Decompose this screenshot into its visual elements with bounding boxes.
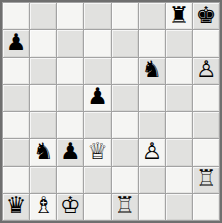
chess-board: ♜♚♟♞♙♟♞♟♕♙♖♛♗♔♖	[0, 0, 222, 223]
square-a8[interactable]	[3, 3, 29, 29]
square-c3[interactable]: ♟	[57, 139, 83, 165]
square-h2[interactable]: ♖	[193, 167, 219, 193]
square-a5[interactable]	[3, 85, 29, 111]
square-f7[interactable]	[139, 30, 165, 56]
square-e6[interactable]	[112, 58, 138, 84]
square-h1[interactable]	[193, 194, 219, 220]
square-f6[interactable]: ♞	[139, 58, 165, 84]
square-d8[interactable]	[84, 3, 110, 29]
square-e2[interactable]	[112, 167, 138, 193]
square-b1[interactable]: ♗	[30, 194, 56, 220]
piece-black-king: ♚	[196, 4, 217, 27]
square-e5[interactable]	[112, 85, 138, 111]
square-c6[interactable]	[57, 58, 83, 84]
square-g5[interactable]	[166, 85, 192, 111]
square-d1[interactable]	[84, 194, 110, 220]
square-f2[interactable]	[139, 167, 165, 193]
square-g8[interactable]: ♜	[166, 3, 192, 29]
square-b8[interactable]	[30, 3, 56, 29]
square-f4[interactable]	[139, 112, 165, 138]
square-h6[interactable]: ♙	[193, 58, 219, 84]
square-b7[interactable]	[30, 30, 56, 56]
piece-white-pawn: ♙	[141, 140, 162, 163]
square-f3[interactable]: ♙	[139, 139, 165, 165]
square-h7[interactable]	[193, 30, 219, 56]
piece-black-pawn: ♟	[60, 140, 81, 163]
square-c1[interactable]: ♔	[57, 194, 83, 220]
square-f8[interactable]	[139, 3, 165, 29]
piece-black-knight: ♞	[33, 140, 54, 163]
square-h8[interactable]: ♚	[193, 3, 219, 29]
square-g1[interactable]	[166, 194, 192, 220]
square-d3[interactable]: ♕	[84, 139, 110, 165]
piece-black-queen: ♛	[6, 194, 27, 217]
square-h4[interactable]	[193, 112, 219, 138]
piece-black-rook: ♜	[169, 4, 190, 27]
square-g3[interactable]	[166, 139, 192, 165]
square-a2[interactable]	[3, 167, 29, 193]
square-b5[interactable]	[30, 85, 56, 111]
square-a3[interactable]	[3, 139, 29, 165]
piece-black-knight: ♞	[141, 58, 162, 81]
piece-white-queen: ♕	[87, 140, 108, 163]
square-c8[interactable]	[57, 3, 83, 29]
square-a4[interactable]	[3, 112, 29, 138]
piece-white-king: ♔	[60, 194, 81, 217]
square-d6[interactable]	[84, 58, 110, 84]
square-e8[interactable]	[112, 3, 138, 29]
square-a1[interactable]: ♛	[3, 194, 29, 220]
square-d5[interactable]: ♟	[84, 85, 110, 111]
square-c7[interactable]	[57, 30, 83, 56]
square-c5[interactable]	[57, 85, 83, 111]
square-a7[interactable]: ♟	[3, 30, 29, 56]
square-d7[interactable]	[84, 30, 110, 56]
square-e7[interactable]	[112, 30, 138, 56]
square-g2[interactable]	[166, 167, 192, 193]
square-b4[interactable]	[30, 112, 56, 138]
square-h3[interactable]	[193, 139, 219, 165]
piece-white-rook: ♖	[114, 194, 135, 217]
square-e4[interactable]	[112, 112, 138, 138]
square-b2[interactable]	[30, 167, 56, 193]
square-g7[interactable]	[166, 30, 192, 56]
square-b6[interactable]	[30, 58, 56, 84]
piece-white-pawn: ♙	[196, 58, 217, 81]
square-d2[interactable]	[84, 167, 110, 193]
square-f5[interactable]	[139, 85, 165, 111]
piece-black-pawn: ♟	[87, 85, 108, 108]
square-c4[interactable]	[57, 112, 83, 138]
square-e3[interactable]	[112, 139, 138, 165]
square-e1[interactable]: ♖	[112, 194, 138, 220]
square-g6[interactable]	[166, 58, 192, 84]
square-a6[interactable]	[3, 58, 29, 84]
square-b3[interactable]: ♞	[30, 139, 56, 165]
square-c2[interactable]	[57, 167, 83, 193]
piece-white-rook: ♖	[196, 167, 217, 190]
square-f1[interactable]	[139, 194, 165, 220]
piece-white-bishop: ♗	[33, 194, 54, 217]
square-h5[interactable]	[193, 85, 219, 111]
square-g4[interactable]	[166, 112, 192, 138]
piece-black-pawn: ♟	[6, 31, 27, 54]
square-d4[interactable]	[84, 112, 110, 138]
